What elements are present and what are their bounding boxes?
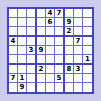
cell-r2c7[interactable]: 9 (65, 18, 74, 27)
cell-r3c7[interactable]: 2 (65, 27, 74, 37)
cell-r7c5[interactable] (46, 65, 55, 74)
cell-r3c8[interactable] (74, 27, 83, 37)
cell-r2c6[interactable] (55, 18, 65, 27)
cell-r6c4[interactable] (37, 55, 46, 65)
cell-r1c3[interactable] (27, 9, 37, 18)
cell-r3c3[interactable] (27, 27, 37, 37)
cell-r6c6[interactable] (55, 55, 65, 65)
cell-r8c1[interactable]: 7 (9, 74, 18, 83)
cell-r5c5[interactable] (46, 46, 55, 55)
cell-r2c9[interactable] (83, 18, 92, 27)
cell-r1c4[interactable] (37, 9, 46, 18)
cell-r6c1[interactable] (9, 55, 18, 65)
cell-r8c6[interactable]: 5 (55, 74, 65, 83)
cell-r7c7[interactable]: 8 (65, 65, 74, 74)
cell-r3c2[interactable] (18, 27, 27, 37)
cell-r3c9[interactable] (83, 27, 92, 37)
cell-r5c1[interactable] (9, 46, 18, 55)
cell-r8c5[interactable] (46, 74, 55, 83)
cell-r9c8[interactable] (74, 83, 83, 92)
cell-r4c1[interactable]: 4 (9, 37, 18, 46)
cell-r2c2[interactable] (18, 18, 27, 27)
cell-r8c4[interactable] (37, 74, 46, 83)
cell-r6c3[interactable] (27, 55, 37, 65)
cell-r3c4[interactable] (37, 27, 46, 37)
cell-r2c5[interactable]: 6 (46, 18, 55, 27)
cell-r9c6[interactable] (55, 83, 65, 92)
sudoku-board: 47692473912837159 (7, 7, 94, 94)
cell-r6c8[interactable] (74, 55, 83, 65)
cell-r7c4[interactable]: 2 (37, 65, 46, 74)
cell-r8c8[interactable] (74, 74, 83, 83)
cell-r5c8[interactable] (74, 46, 83, 55)
cell-r8c2[interactable]: 1 (18, 74, 27, 83)
cell-r5c4[interactable]: 9 (37, 46, 46, 55)
cell-r2c8[interactable] (74, 18, 83, 27)
cell-r2c3[interactable] (27, 18, 37, 27)
cell-r2c4[interactable] (37, 18, 46, 27)
cell-r9c7[interactable] (65, 83, 74, 92)
cell-r4c5[interactable] (46, 37, 55, 46)
cell-r9c4[interactable] (37, 83, 46, 92)
cell-r3c5[interactable] (46, 27, 55, 37)
cell-r4c3[interactable] (27, 37, 37, 46)
cell-r7c2[interactable] (18, 65, 27, 74)
cell-r6c5[interactable] (46, 55, 55, 65)
cell-r5c3[interactable]: 3 (27, 46, 37, 55)
cell-r9c3[interactable] (27, 83, 37, 92)
cell-r7c8[interactable]: 3 (74, 65, 83, 74)
cell-r3c1[interactable] (9, 27, 18, 37)
cell-r8c3[interactable] (27, 74, 37, 83)
cell-r1c8[interactable] (74, 9, 83, 18)
cell-r7c1[interactable] (9, 65, 18, 74)
cell-r6c9[interactable]: 1 (83, 55, 92, 65)
cell-r9c9[interactable] (83, 83, 92, 92)
cell-r9c5[interactable] (46, 83, 55, 92)
cell-r4c9[interactable] (83, 37, 92, 46)
cell-r1c2[interactable] (18, 9, 27, 18)
cell-r9c2[interactable]: 9 (18, 83, 27, 92)
cell-r4c4[interactable] (37, 37, 46, 46)
cell-r2c1[interactable] (9, 18, 18, 27)
cell-r4c6[interactable] (55, 37, 65, 46)
cell-r5c7[interactable] (65, 46, 74, 55)
cell-r8c7[interactable] (65, 74, 74, 83)
cell-r6c7[interactable] (65, 55, 74, 65)
cell-r5c6[interactable] (55, 46, 65, 55)
cell-r1c9[interactable] (83, 9, 92, 18)
cell-r7c6[interactable] (55, 65, 65, 74)
cell-r4c8[interactable]: 7 (74, 37, 83, 46)
cell-r9c1[interactable] (9, 83, 18, 92)
cell-r1c7[interactable] (65, 9, 74, 18)
cell-r3c6[interactable] (55, 27, 65, 37)
cell-r7c9[interactable] (83, 65, 92, 74)
cell-r5c9[interactable] (83, 46, 92, 55)
cell-r1c5[interactable]: 4 (46, 9, 55, 18)
cell-r8c9[interactable] (83, 74, 92, 83)
cell-r6c2[interactable] (18, 55, 27, 65)
sudoku-page: 47692473912837159 (0, 0, 101, 101)
cell-r5c2[interactable] (18, 46, 27, 55)
cell-r1c1[interactable] (9, 9, 18, 18)
cell-r1c6[interactable]: 7 (55, 9, 65, 18)
cell-r4c2[interactable] (18, 37, 27, 46)
cell-r4c7[interactable] (65, 37, 74, 46)
cell-r7c3[interactable] (27, 65, 37, 74)
